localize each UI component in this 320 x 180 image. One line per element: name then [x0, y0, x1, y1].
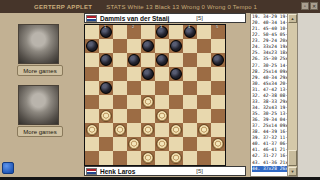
- light-square: [197, 109, 211, 123]
- light-square: [197, 137, 211, 151]
- square-18[interactable]: [141, 67, 155, 81]
- light-square: [85, 109, 99, 123]
- light-square: [99, 95, 113, 109]
- square-32[interactable]: [127, 109, 141, 123]
- move-row[interactable]: 28. 25x14 09x20: [252, 69, 288, 75]
- more-games-button-bottom[interactable]: More games: [17, 126, 63, 137]
- square-29[interactable]: [169, 95, 183, 109]
- netherlands-flag-icon: [86, 15, 97, 22]
- square-27[interactable]: [113, 95, 127, 109]
- scroll-down-icon[interactable]: ▼: [288, 167, 297, 176]
- square-22[interactable]: [127, 81, 141, 95]
- white-man[interactable]: [86, 124, 98, 136]
- light-square: [113, 109, 127, 123]
- square-42[interactable]: [127, 137, 141, 151]
- square-26[interactable]: [85, 95, 99, 109]
- black-man[interactable]: [184, 26, 196, 38]
- square-36[interactable]: [85, 123, 99, 137]
- bottom-player-bar: Henk Laros [5]: [84, 166, 246, 176]
- light-square: [99, 123, 113, 137]
- light-square: [211, 39, 225, 53]
- light-square: [127, 123, 141, 137]
- light-square: [183, 39, 197, 53]
- draughts-board[interactable]: [84, 24, 226, 166]
- more-games-button-top[interactable]: More games: [17, 65, 63, 76]
- white-man[interactable]: [142, 152, 154, 164]
- square-35[interactable]: [211, 109, 225, 123]
- light-square: [197, 25, 211, 39]
- square-46[interactable]: [85, 151, 99, 165]
- move-row[interactable]: 27. 30-25 14-20: [252, 63, 288, 69]
- square-15[interactable]: [211, 53, 225, 67]
- white-man[interactable]: [170, 124, 182, 136]
- square-37[interactable]: [113, 123, 127, 137]
- square-20[interactable]: [197, 67, 211, 81]
- black-man[interactable]: [142, 68, 154, 80]
- white-man[interactable]: [212, 138, 224, 150]
- black-man[interactable]: [100, 82, 112, 94]
- black-man[interactable]: [100, 54, 112, 66]
- move-list-panel: 19. 34-29 19-2320. 40-34 14-1921. 45-40 …: [250, 13, 298, 177]
- move-row[interactable]: 43. 41-36 21x32: [252, 160, 288, 166]
- square-6[interactable]: [85, 39, 99, 53]
- square-50[interactable]: [197, 151, 211, 165]
- light-square: [85, 81, 99, 95]
- netherlands-flag-icon: [86, 168, 97, 175]
- square-12[interactable]: [127, 53, 141, 67]
- move-list[interactable]: 19. 34-29 19-2320. 40-34 14-1921. 45-40 …: [252, 14, 288, 176]
- light-square: [141, 53, 155, 67]
- top-player-name: Dammis van der Staaij: [100, 15, 169, 22]
- light-square: [155, 123, 169, 137]
- white-man[interactable]: [114, 124, 126, 136]
- light-square: [211, 151, 225, 165]
- square-25[interactable]: [211, 81, 225, 95]
- light-square: [113, 81, 127, 95]
- move-row[interactable]: 31. 47-42 13-19: [252, 87, 288, 93]
- square-7[interactable]: [113, 39, 127, 53]
- browser-plugin-icon: [2, 162, 14, 174]
- light-square: [99, 67, 113, 81]
- light-square: [113, 53, 127, 67]
- square-43[interactable]: [155, 137, 169, 151]
- square-4[interactable]: [183, 25, 197, 39]
- light-square: [141, 109, 155, 123]
- square-11[interactable]: [99, 53, 113, 67]
- scroll-up-icon[interactable]: ▲: [288, 14, 297, 23]
- scrollbar-thumb[interactable]: [288, 150, 297, 166]
- white-man[interactable]: [156, 110, 168, 122]
- light-square: [127, 67, 141, 81]
- move-row[interactable]: 30. 45x34 20-24: [252, 81, 288, 87]
- draughts-applet-window: GERTERP APPLET STATS White 13 Black 13 W…: [0, 0, 320, 180]
- square-47[interactable]: [113, 151, 127, 165]
- square-28[interactable]: [141, 95, 155, 109]
- square-39[interactable]: [169, 123, 183, 137]
- square-23[interactable]: [155, 81, 169, 95]
- square-9[interactable]: [169, 39, 183, 53]
- light-square: [169, 109, 183, 123]
- light-square: [183, 151, 197, 165]
- square-49[interactable]: [169, 151, 183, 165]
- square-13[interactable]: [155, 53, 169, 67]
- square-48[interactable]: [141, 151, 155, 165]
- light-square: [85, 25, 99, 39]
- move-row[interactable]: 26. 35-30 25x34: [252, 56, 288, 62]
- light-square: [141, 25, 155, 39]
- square-33[interactable]: [155, 109, 169, 123]
- restore-button[interactable]: ▫: [301, 2, 309, 10]
- white-man[interactable]: [142, 96, 154, 108]
- light-square: [141, 81, 155, 95]
- light-square: [113, 25, 127, 39]
- square-40[interactable]: [197, 123, 211, 137]
- square-3[interactable]: [155, 25, 169, 39]
- square-38[interactable]: [141, 123, 155, 137]
- square-44[interactable]: [183, 137, 197, 151]
- bottom-player-name: Henk Laros: [100, 168, 135, 175]
- light-square: [85, 53, 99, 67]
- black-man[interactable]: [156, 54, 168, 66]
- top-player-clock: [5]: [196, 15, 203, 21]
- black-man[interactable]: [170, 40, 182, 52]
- light-square: [113, 137, 127, 151]
- light-square: [197, 81, 211, 95]
- square-16[interactable]: [85, 67, 99, 81]
- light-square: [169, 81, 183, 95]
- square-21[interactable]: [99, 81, 113, 95]
- square-41[interactable]: [99, 137, 113, 151]
- bottom-player-clock: [5]: [196, 168, 203, 174]
- white-man[interactable]: [142, 124, 154, 136]
- light-square: [211, 123, 225, 137]
- player-photo-top: [18, 24, 59, 64]
- player-photo-bottom: [18, 85, 59, 125]
- square-14[interactable]: [183, 53, 197, 67]
- light-square: [183, 95, 197, 109]
- white-man[interactable]: [198, 124, 210, 136]
- light-square: [155, 67, 169, 81]
- light-square: [197, 53, 211, 67]
- move-row[interactable]: 29. 40-34 29x40: [252, 75, 288, 81]
- light-square: [85, 137, 99, 151]
- sidebar: More games More games: [0, 13, 82, 180]
- black-man[interactable]: [142, 40, 154, 52]
- white-man[interactable]: [156, 138, 168, 150]
- top-player-bar: Dammis van der Staaij [5]: [84, 13, 246, 23]
- square-8[interactable]: [141, 39, 155, 53]
- square-2[interactable]: [127, 25, 141, 39]
- square-34[interactable]: [183, 109, 197, 123]
- square-10[interactable]: [197, 39, 211, 53]
- square-1[interactable]: [99, 25, 113, 39]
- square-5[interactable]: [211, 25, 225, 39]
- light-square: [211, 67, 225, 81]
- light-square: [127, 95, 141, 109]
- black-man[interactable]: [128, 54, 140, 66]
- light-square: [155, 39, 169, 53]
- light-square: [169, 137, 183, 151]
- move-row[interactable]: 42. 31-27 16-21: [252, 153, 288, 159]
- white-man[interactable]: [100, 110, 112, 122]
- page-background-strip: [298, 13, 320, 180]
- square-45[interactable]: [211, 137, 225, 151]
- window-bottom-border: [0, 177, 320, 180]
- light-square: [169, 25, 183, 39]
- light-square: [155, 95, 169, 109]
- light-square: [99, 151, 113, 165]
- light-square: [99, 39, 113, 53]
- move-list-scrollbar[interactable]: ▲ ▼: [287, 14, 297, 176]
- light-square: [169, 53, 183, 67]
- square-19[interactable]: [169, 67, 183, 81]
- square-31[interactable]: [99, 109, 113, 123]
- move-row[interactable]: 32. 42-38 08-13: [252, 93, 288, 99]
- light-square: [183, 67, 197, 81]
- stats-text: STATS White 13 Black 13 Wrong 0 Wrong 0 …: [106, 4, 257, 10]
- light-square: [127, 151, 141, 165]
- black-man[interactable]: [212, 54, 224, 66]
- close-button[interactable]: ✕: [310, 2, 318, 10]
- light-square: [155, 151, 169, 165]
- app-title: GERTERP APPLET: [34, 4, 92, 10]
- white-man[interactable]: [170, 152, 182, 164]
- window-controls: ▫ ✕: [301, 2, 318, 10]
- black-man[interactable]: [100, 26, 112, 38]
- light-square: [127, 39, 141, 53]
- light-square: [141, 137, 155, 151]
- light-square: [183, 123, 197, 137]
- square-30[interactable]: [197, 95, 211, 109]
- move-row-selected[interactable]: 44. 37x28 26x37: [252, 166, 288, 172]
- white-man[interactable]: [128, 138, 140, 150]
- square-17[interactable]: [113, 67, 127, 81]
- black-man[interactable]: [170, 68, 182, 80]
- black-man[interactable]: [156, 26, 168, 38]
- title-bar: GERTERP APPLET STATS White 13 Black 13 W…: [0, 0, 320, 13]
- light-square: [211, 95, 225, 109]
- square-24[interactable]: [183, 81, 197, 95]
- black-man[interactable]: [86, 40, 98, 52]
